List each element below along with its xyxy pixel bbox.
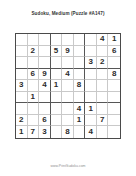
sudoku-cell: [51, 57, 63, 69]
sudoku-cell: [74, 92, 86, 104]
sudoku-cell: 1: [16, 126, 28, 138]
sudoku-cell: [16, 46, 28, 58]
sudoku-cell: [39, 34, 51, 46]
sudoku-cell: [74, 69, 86, 81]
sudoku-cell: [51, 126, 63, 138]
sudoku-cell: 3: [85, 57, 97, 69]
sudoku-cell: [62, 103, 74, 115]
sudoku-cell: [51, 115, 63, 127]
sudoku-cell: [39, 46, 51, 58]
sudoku-cell: [108, 92, 120, 104]
sudoku-cell: 3: [16, 80, 28, 92]
sudoku-cell: 4: [85, 126, 97, 138]
sudoku-cell: [16, 57, 28, 69]
sudoku-cell: [39, 92, 51, 104]
sudoku-cell: 6: [39, 115, 51, 127]
sudoku-cell: [74, 34, 86, 46]
page-title: Sudoku, Medium (Puzzle #A147): [0, 11, 136, 16]
sudoku-cell: [62, 92, 74, 104]
sudoku-cell: [62, 57, 74, 69]
sudoku-cell: 6: [28, 69, 40, 81]
sudoku-cell: [85, 80, 97, 92]
sudoku-cell: 9: [39, 69, 51, 81]
sudoku-cell: 1: [28, 92, 40, 104]
sudoku-cell: 5: [51, 46, 63, 58]
sudoku-cell: [28, 80, 40, 92]
sudoku-cell: [97, 46, 109, 58]
sudoku-cell: 4: [74, 103, 86, 115]
sudoku-cell: 7: [28, 126, 40, 138]
sudoku-sheet: Sudoku, Medium (Puzzle #A147) 4125963269…: [0, 0, 136, 176]
sudoku-cell: 8: [62, 126, 74, 138]
sudoku-cell: 6: [108, 46, 120, 58]
sudoku-cell: [85, 34, 97, 46]
sudoku-cell: [62, 34, 74, 46]
sudoku-cell: [28, 34, 40, 46]
sudoku-cell: 4: [62, 69, 74, 81]
sudoku-cell: [108, 126, 120, 138]
sudoku-grid: 4125963269483418141261717384: [15, 33, 121, 139]
sudoku-cell: [28, 103, 40, 115]
sudoku-cell: [108, 80, 120, 92]
sudoku-cell: [16, 103, 28, 115]
sudoku-cell: [108, 103, 120, 115]
sudoku-cell: 4: [39, 80, 51, 92]
sudoku-cell: [85, 46, 97, 58]
sudoku-cell: 1: [51, 80, 63, 92]
sudoku-cell: [74, 57, 86, 69]
sudoku-cell: 2: [16, 115, 28, 127]
sudoku-cell: [16, 69, 28, 81]
sudoku-cell: [74, 46, 86, 58]
sudoku-cell: [28, 115, 40, 127]
sudoku-cell: [85, 92, 97, 104]
sudoku-cell: [51, 92, 63, 104]
sudoku-cell: 1: [74, 115, 86, 127]
sudoku-cell: 1: [85, 103, 97, 115]
sudoku-cell: [51, 69, 63, 81]
sudoku-cell: 8: [74, 80, 86, 92]
sudoku-cell: [97, 69, 109, 81]
sudoku-cell: [85, 115, 97, 127]
sudoku-cell: [39, 57, 51, 69]
sudoku-cell: [51, 34, 63, 46]
footer-url: www.PrintSudoku.com: [0, 164, 136, 168]
sudoku-cell: 7: [97, 115, 109, 127]
sudoku-cell: [74, 126, 86, 138]
sudoku-cell: [97, 92, 109, 104]
sudoku-cell: 1: [108, 34, 120, 46]
sudoku-cell: [97, 103, 109, 115]
sudoku-cell: [108, 115, 120, 127]
sudoku-cell: 4: [97, 34, 109, 46]
sudoku-cell: [108, 57, 120, 69]
sudoku-cell: 2: [97, 57, 109, 69]
sudoku-cell: [85, 69, 97, 81]
sudoku-cell: [16, 92, 28, 104]
sudoku-cell: [62, 115, 74, 127]
sudoku-cell: [97, 126, 109, 138]
sudoku-cell: [51, 103, 63, 115]
sudoku-cell: [16, 34, 28, 46]
sudoku-cell: 2: [28, 46, 40, 58]
sudoku-cell: [28, 57, 40, 69]
sudoku-cell: [62, 80, 74, 92]
sudoku-cell: [39, 103, 51, 115]
sudoku-cell: 9: [62, 46, 74, 58]
sudoku-cell: 3: [39, 126, 51, 138]
sudoku-cell: [97, 80, 109, 92]
sudoku-cell: 8: [108, 69, 120, 81]
